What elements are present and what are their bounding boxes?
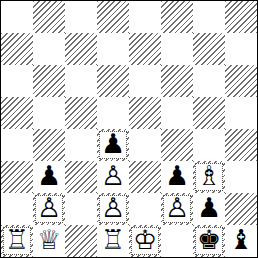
square-h6[interactable]: [225, 65, 257, 97]
square-f8[interactable]: [161, 1, 193, 33]
square-c1[interactable]: [65, 225, 97, 257]
square-h1[interactable]: ♝: [225, 225, 257, 257]
square-c6[interactable]: [65, 65, 97, 97]
square-d3[interactable]: ♙: [97, 161, 129, 193]
square-f7[interactable]: [161, 33, 193, 65]
square-a7[interactable]: [1, 33, 33, 65]
piece-black-king: ♚: [197, 225, 221, 256]
square-b2[interactable]: ♙: [33, 193, 65, 225]
piece-white-pawn: ♙: [165, 193, 189, 224]
square-b1[interactable]: ♕: [33, 225, 65, 257]
square-c2[interactable]: [65, 193, 97, 225]
square-e7[interactable]: [129, 33, 161, 65]
square-a2[interactable]: [1, 193, 33, 225]
piece-black-pawn: ♟: [197, 193, 221, 224]
square-g4[interactable]: [193, 129, 225, 161]
square-d4[interactable]: ♟: [97, 129, 129, 161]
piece-patch: ♚: [195, 227, 223, 255]
square-g6[interactable]: [193, 65, 225, 97]
piece-white-pawn: ♙: [101, 193, 125, 224]
square-a4[interactable]: [1, 129, 33, 161]
square-g5[interactable]: [193, 97, 225, 129]
square-f3[interactable]: ♟: [161, 161, 193, 193]
square-g3[interactable]: ♗: [193, 161, 225, 193]
piece-white-pawn: ♙: [101, 161, 125, 192]
square-c5[interactable]: [65, 97, 97, 129]
square-a8[interactable]: [1, 1, 33, 33]
square-h7[interactable]: [225, 33, 257, 65]
chessboard: ♟♟♙♟♗♙♙♙♟♖♕♖♔♚♝: [0, 0, 258, 258]
square-g2[interactable]: ♟: [193, 193, 225, 225]
square-c8[interactable]: [65, 1, 97, 33]
piece-black-bishop: ♝: [229, 225, 253, 256]
square-a1[interactable]: ♖: [1, 225, 33, 257]
square-f6[interactable]: [161, 65, 193, 97]
square-b5[interactable]: [33, 97, 65, 129]
square-e5[interactable]: [129, 97, 161, 129]
square-e6[interactable]: [129, 65, 161, 97]
piece-black-pawn: ♟: [101, 129, 125, 160]
square-c7[interactable]: [65, 33, 97, 65]
piece-patch: ♟: [99, 131, 127, 159]
square-h8[interactable]: [225, 1, 257, 33]
square-c3[interactable]: [65, 161, 97, 193]
piece-patch: ♗: [195, 163, 223, 191]
piece-white-rook: ♖: [5, 225, 29, 256]
square-g7[interactable]: [193, 33, 225, 65]
piece-patch: ♙: [163, 195, 191, 223]
square-e2[interactable]: [129, 193, 161, 225]
square-h5[interactable]: [225, 97, 257, 129]
square-b7[interactable]: [33, 33, 65, 65]
square-f1[interactable]: [161, 225, 193, 257]
square-a6[interactable]: [1, 65, 33, 97]
square-d5[interactable]: [97, 97, 129, 129]
square-d2[interactable]: ♙: [97, 193, 129, 225]
square-d8[interactable]: [97, 1, 129, 33]
square-e8[interactable]: [129, 1, 161, 33]
piece-black-pawn: ♟: [37, 161, 61, 192]
piece-patch: ♔: [131, 227, 159, 255]
piece-white-king: ♔: [133, 225, 157, 256]
square-d1[interactable]: ♖: [97, 225, 129, 257]
square-f5[interactable]: [161, 97, 193, 129]
piece-white-bishop: ♗: [197, 161, 221, 192]
square-b4[interactable]: [33, 129, 65, 161]
piece-white-pawn: ♙: [37, 193, 61, 224]
square-f4[interactable]: [161, 129, 193, 161]
square-e4[interactable]: [129, 129, 161, 161]
square-h3[interactable]: [225, 161, 257, 193]
square-a3[interactable]: [1, 161, 33, 193]
piece-patch: ♖: [3, 227, 31, 255]
square-h4[interactable]: [225, 129, 257, 161]
piece-patch: ♙: [35, 195, 63, 223]
square-e1[interactable]: ♔: [129, 225, 161, 257]
piece-patch: ♙: [99, 195, 127, 223]
square-h2[interactable]: [225, 193, 257, 225]
square-b3[interactable]: ♟: [33, 161, 65, 193]
square-d6[interactable]: [97, 65, 129, 97]
square-d7[interactable]: [97, 33, 129, 65]
piece-black-pawn: ♟: [165, 161, 189, 192]
piece-white-queen: ♕: [37, 225, 61, 256]
square-b6[interactable]: [33, 65, 65, 97]
square-e3[interactable]: [129, 161, 161, 193]
square-f2[interactable]: ♙: [161, 193, 193, 225]
square-g8[interactable]: [193, 1, 225, 33]
square-a5[interactable]: [1, 97, 33, 129]
square-g1[interactable]: ♚: [193, 225, 225, 257]
square-c4[interactable]: [65, 129, 97, 161]
square-b8[interactable]: [33, 1, 65, 33]
piece-white-rook: ♖: [101, 225, 125, 256]
